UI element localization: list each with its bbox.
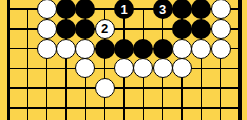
move-number-label: 3	[159, 3, 166, 16]
move-3-black-stone: 3	[153, 0, 173, 19]
go-board[interactable]: 132	[0, 0, 247, 120]
white-stone	[75, 58, 95, 78]
white-stone	[37, 19, 57, 39]
white-stone	[133, 58, 153, 78]
black-stone	[133, 39, 153, 59]
black-stone	[75, 0, 95, 19]
white-stone	[172, 39, 192, 59]
grid-line-h	[7, 87, 243, 89]
board-left-edge-line	[7, 0, 10, 120]
white-stone	[211, 39, 231, 59]
board-right-edge-line	[238, 0, 242, 120]
black-stone	[191, 0, 211, 19]
grid-line-h	[7, 107, 243, 109]
move-1-black-stone: 1	[114, 0, 134, 19]
black-stone	[191, 19, 211, 39]
white-stone	[37, 39, 57, 59]
grid-line-v	[27, 8, 29, 120]
white-stone	[114, 58, 134, 78]
move-number-label: 1	[120, 3, 127, 16]
white-stone	[75, 39, 95, 59]
black-stone	[114, 39, 134, 59]
black-stone	[172, 19, 192, 39]
black-stone	[153, 39, 173, 59]
white-stone	[153, 58, 173, 78]
white-stone	[211, 0, 231, 19]
white-stone	[172, 58, 192, 78]
white-stone	[191, 39, 211, 59]
white-stone	[95, 78, 115, 98]
black-stone	[172, 0, 192, 19]
white-stone	[37, 0, 57, 19]
move-2-white-stone: 2	[95, 19, 115, 39]
black-stone	[95, 39, 115, 59]
move-number-label: 2	[101, 22, 108, 35]
black-stone	[56, 0, 76, 19]
white-stone	[211, 19, 231, 39]
white-stone	[56, 39, 76, 59]
black-stone	[56, 19, 76, 39]
black-stone	[75, 19, 95, 39]
